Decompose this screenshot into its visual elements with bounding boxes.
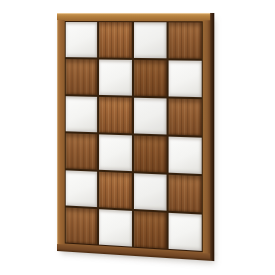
tile-white (66, 96, 98, 132)
tile-white (134, 173, 167, 210)
tile-wood (168, 175, 201, 213)
tile-wood (66, 207, 98, 244)
frame-top-rail (57, 13, 210, 21)
tile-wood (134, 211, 167, 249)
tile-wood (99, 97, 131, 133)
tile-wood (134, 135, 167, 172)
tile-wood (168, 98, 201, 135)
tile-wood (66, 59, 98, 95)
panel-side-edge (210, 13, 214, 261)
product-photo (0, 0, 275, 275)
tile-white (99, 134, 131, 171)
tile-white (99, 60, 131, 96)
frame-left-rail (57, 20, 65, 244)
board-grid (65, 21, 203, 252)
tile-white (168, 137, 201, 174)
frame-right-rail (203, 20, 210, 253)
tile-white (168, 60, 201, 97)
tile-wood (66, 133, 98, 169)
photo-perspective-scene (57, 13, 213, 251)
tile-wood (134, 60, 167, 96)
checkered-wood-panel (57, 13, 214, 261)
tile-wood (99, 22, 131, 58)
tile-white (168, 213, 201, 251)
tile-white (134, 22, 167, 58)
tile-white (66, 22, 98, 57)
tile-wood (99, 172, 131, 209)
tile-white (134, 98, 167, 135)
tile-white (66, 170, 98, 207)
tile-wood (168, 22, 201, 58)
tile-white (99, 209, 131, 246)
